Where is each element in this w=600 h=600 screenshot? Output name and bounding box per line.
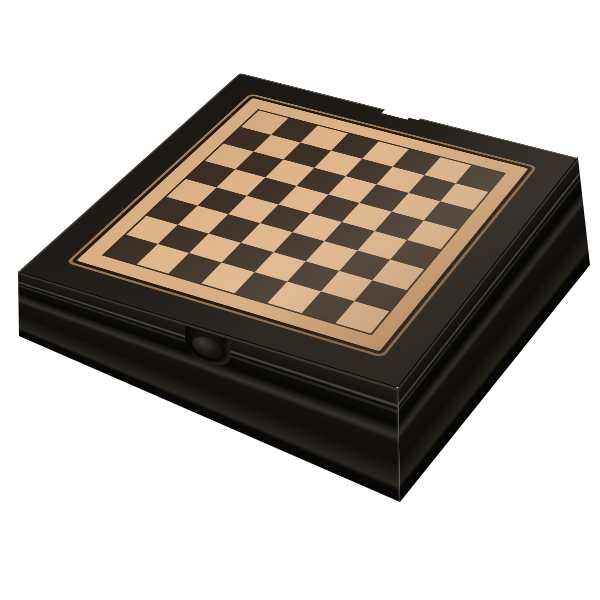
lid-pull-knob <box>192 333 223 363</box>
product-photo <box>0 0 600 600</box>
lid-corner-notch-step <box>408 114 422 121</box>
lid-corner-notch <box>380 108 413 121</box>
